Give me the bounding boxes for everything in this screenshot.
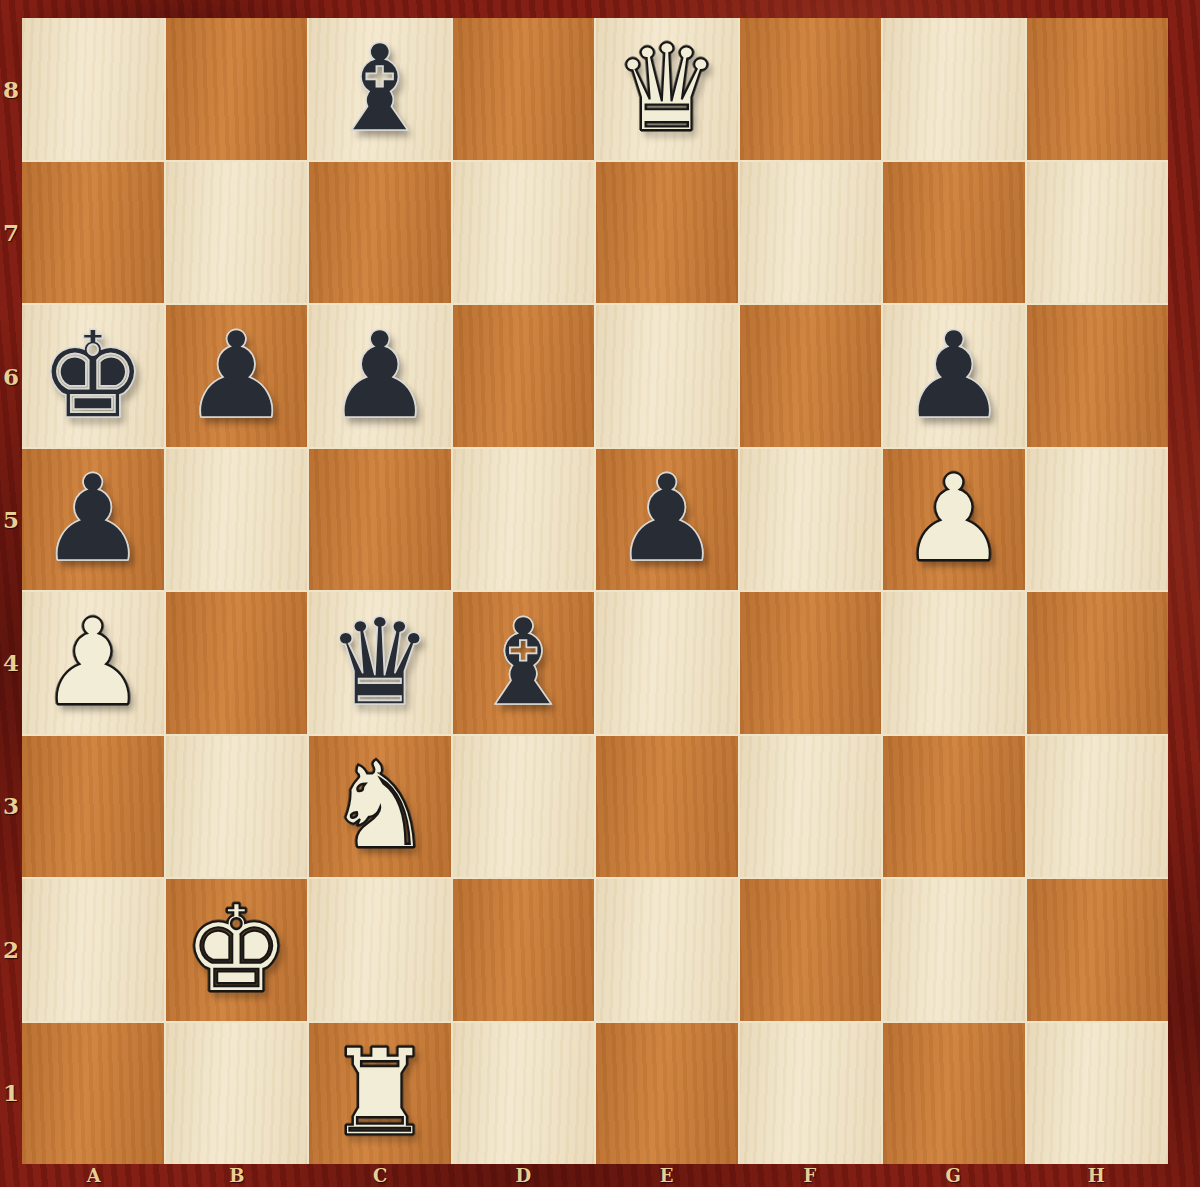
square-h6[interactable] — [1027, 305, 1169, 447]
piece-black-pawn[interactable]: ♟ — [39, 459, 147, 579]
square-b1[interactable] — [166, 1023, 308, 1165]
piece-black-pawn[interactable]: ♟ — [326, 316, 434, 436]
square-g7[interactable] — [883, 162, 1025, 304]
square-e5[interactable]: ♟ — [596, 449, 738, 591]
piece-white-knight[interactable]: ♞ — [326, 746, 434, 866]
square-c1[interactable]: ♜ — [309, 1023, 451, 1165]
square-e2[interactable] — [596, 879, 738, 1021]
square-g4[interactable] — [883, 592, 1025, 734]
square-g6[interactable]: ♟ — [883, 305, 1025, 447]
square-c6[interactable]: ♟ — [309, 305, 451, 447]
file-label-h: H — [1025, 1164, 1168, 1187]
square-h8[interactable] — [1027, 18, 1169, 160]
piece-black-king[interactable]: ♚ — [39, 316, 147, 436]
square-a6[interactable]: ♚ — [22, 305, 164, 447]
square-d7[interactable] — [453, 162, 595, 304]
square-d6[interactable] — [453, 305, 595, 447]
square-a1[interactable] — [22, 1023, 164, 1165]
square-c5[interactable] — [309, 449, 451, 591]
square-h5[interactable] — [1027, 449, 1169, 591]
square-h2[interactable] — [1027, 879, 1169, 1021]
square-d5[interactable] — [453, 449, 595, 591]
square-d3[interactable] — [453, 736, 595, 878]
piece-black-pawn[interactable]: ♟ — [182, 316, 290, 436]
square-a4[interactable]: ♟ — [22, 592, 164, 734]
square-f2[interactable] — [740, 879, 882, 1021]
square-a8[interactable] — [22, 18, 164, 160]
square-e7[interactable] — [596, 162, 738, 304]
square-f7[interactable] — [740, 162, 882, 304]
file-label-b: B — [165, 1164, 308, 1187]
square-a5[interactable]: ♟ — [22, 449, 164, 591]
square-e4[interactable] — [596, 592, 738, 734]
square-h3[interactable] — [1027, 736, 1169, 878]
square-h1[interactable] — [1027, 1023, 1169, 1165]
square-b2[interactable]: ♚ — [166, 879, 308, 1021]
square-b7[interactable] — [166, 162, 308, 304]
square-e8[interactable]: ♛ — [596, 18, 738, 160]
square-c8[interactable]: ♝ — [309, 18, 451, 160]
piece-black-bishop[interactable]: ♝ — [469, 603, 577, 723]
square-f6[interactable] — [740, 305, 882, 447]
square-f5[interactable] — [740, 449, 882, 591]
square-b5[interactable] — [166, 449, 308, 591]
rank-label-2: 2 — [0, 878, 22, 1021]
rank-labels: 87654321 — [0, 18, 22, 1164]
rank-label-1: 1 — [0, 1021, 22, 1164]
board-frame: ♝♛♚♟♟♟♟♟♟♟♛♝♞♚♜ 87654321 ABCDEFGH — [0, 0, 1200, 1187]
square-b4[interactable] — [166, 592, 308, 734]
piece-black-pawn[interactable]: ♟ — [900, 316, 1008, 436]
square-e6[interactable] — [596, 305, 738, 447]
square-c2[interactable] — [309, 879, 451, 1021]
square-d8[interactable] — [453, 18, 595, 160]
square-a3[interactable] — [22, 736, 164, 878]
rank-label-4: 4 — [0, 591, 22, 734]
square-b8[interactable] — [166, 18, 308, 160]
square-h7[interactable] — [1027, 162, 1169, 304]
rank-label-3: 3 — [0, 734, 22, 877]
file-label-g: G — [882, 1164, 1025, 1187]
piece-black-pawn[interactable]: ♟ — [613, 459, 721, 579]
square-d1[interactable] — [453, 1023, 595, 1165]
piece-white-king[interactable]: ♚ — [182, 890, 290, 1010]
square-g8[interactable] — [883, 18, 1025, 160]
square-f8[interactable] — [740, 18, 882, 160]
file-label-e: E — [595, 1164, 738, 1187]
square-g1[interactable] — [883, 1023, 1025, 1165]
file-labels: ABCDEFGH — [22, 1164, 1168, 1187]
square-c7[interactable] — [309, 162, 451, 304]
square-c4[interactable]: ♛ — [309, 592, 451, 734]
piece-white-rook[interactable]: ♜ — [326, 1033, 434, 1153]
square-b3[interactable] — [166, 736, 308, 878]
square-g5[interactable]: ♟ — [883, 449, 1025, 591]
rank-label-8: 8 — [0, 18, 22, 161]
rank-label-6: 6 — [0, 305, 22, 448]
piece-black-bishop[interactable]: ♝ — [326, 29, 434, 149]
square-f1[interactable] — [740, 1023, 882, 1165]
rank-label-7: 7 — [0, 161, 22, 304]
square-f4[interactable] — [740, 592, 882, 734]
file-label-a: A — [22, 1164, 165, 1187]
square-g3[interactable] — [883, 736, 1025, 878]
square-d4[interactable]: ♝ — [453, 592, 595, 734]
rank-label-5: 5 — [0, 448, 22, 591]
file-label-f: F — [738, 1164, 881, 1187]
square-f3[interactable] — [740, 736, 882, 878]
square-a2[interactable] — [22, 879, 164, 1021]
chess-board: ♝♛♚♟♟♟♟♟♟♟♛♝♞♚♜ — [22, 18, 1168, 1164]
square-b6[interactable]: ♟ — [166, 305, 308, 447]
piece-white-pawn[interactable]: ♟ — [39, 603, 147, 723]
piece-white-queen[interactable]: ♛ — [613, 29, 721, 149]
square-d2[interactable] — [453, 879, 595, 1021]
square-g2[interactable] — [883, 879, 1025, 1021]
square-e1[interactable] — [596, 1023, 738, 1165]
square-a7[interactable] — [22, 162, 164, 304]
square-e3[interactable] — [596, 736, 738, 878]
file-label-c: C — [309, 1164, 452, 1187]
square-h4[interactable] — [1027, 592, 1169, 734]
file-label-d: D — [452, 1164, 595, 1187]
square-c3[interactable]: ♞ — [309, 736, 451, 878]
piece-white-pawn[interactable]: ♟ — [900, 459, 1008, 579]
piece-black-queen[interactable]: ♛ — [326, 603, 434, 723]
